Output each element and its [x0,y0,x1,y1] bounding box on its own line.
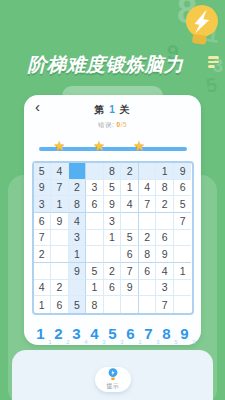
star-icon: ★ [53,139,65,152]
level-card: ‹ 第 1 关 错误: 0/5 ★★★ 54821997235148631869… [24,95,201,345]
sudoku-cell[interactable]: 6 [34,213,52,230]
sudoku-cell[interactable] [104,246,122,263]
sudoku-cell[interactable] [121,296,139,313]
sudoku-cell[interactable] [139,163,157,180]
sudoku-cell[interactable]: 9 [51,213,69,230]
sudoku-cell[interactable] [121,213,139,230]
star-icon: ★ [93,139,105,152]
numpad-remaining-count: 2 [192,339,195,345]
sudoku-cell[interactable]: 4 [121,196,139,213]
sudoku-cell[interactable] [156,213,174,230]
sudoku-cell[interactable]: 3 [34,196,52,213]
sudoku-cell[interactable]: 6 [104,280,122,297]
sudoku-cell[interactable]: 9 [174,163,192,180]
sudoku-cell[interactable] [51,246,69,263]
number-pad: 112234435361738592 [33,325,193,342]
sudoku-cell[interactable] [86,230,104,247]
sudoku-cell[interactable]: 6 [174,180,192,197]
sudoku-cell[interactable]: 7 [174,213,192,230]
sudoku-cell[interactable]: 5 [104,180,122,197]
sudoku-cell[interactable]: 2 [104,263,122,280]
sudoku-cell[interactable]: 7 [121,263,139,280]
sudoku-cell[interactable] [139,296,157,313]
sudoku-cell[interactable]: 9 [69,263,87,280]
error-counter: 错误: 0/5 [24,121,201,130]
sudoku-cell[interactable]: 4 [69,213,87,230]
sudoku-cell[interactable]: 5 [86,263,104,280]
sudoku-cell[interactable]: 8 [86,296,104,313]
sudoku-cell[interactable]: 3 [69,230,87,247]
sudoku-cell[interactable]: 6 [139,263,157,280]
sudoku-cell[interactable]: 1 [174,263,192,280]
numpad-key-4[interactable]: 43 [87,325,103,342]
sudoku-cell[interactable]: 2 [34,246,52,263]
sudoku-cell[interactable] [104,296,122,313]
sudoku-board: 5482199723514863186947256943773152621689… [32,161,194,315]
sudoku-cell[interactable]: 6 [121,246,139,263]
sudoku-cell[interactable]: 1 [121,180,139,197]
level-prefix: 第 [94,104,105,115]
numpad-key-9[interactable]: 92 [177,325,193,342]
level-suffix: 关 [120,104,131,115]
numpad-key-8[interactable]: 85 [159,325,175,342]
sudoku-cell[interactable]: 8 [156,180,174,197]
sudoku-cell[interactable]: 5 [174,196,192,213]
sudoku-cell[interactable]: 9 [156,246,174,263]
hint-bulb-icon [108,368,118,381]
sudoku-cell[interactable] [51,263,69,280]
sudoku-cell[interactable] [139,280,157,297]
sudoku-cell[interactable]: 3 [86,180,104,197]
sudoku-cell[interactable]: 7 [156,296,174,313]
sudoku-cell[interactable] [174,246,192,263]
sudoku-cell[interactable]: 7 [34,230,52,247]
sudoku-cell[interactable]: 6 [51,296,69,313]
sudoku-cell[interactable] [51,230,69,247]
star-progress-bar: ★★★ [39,142,187,154]
sudoku-cell[interactable]: 9 [104,196,122,213]
sudoku-cell[interactable]: 5 [34,163,52,180]
sudoku-cell[interactable] [174,230,192,247]
app-screen: 8 1 9 3 5 阶梯难度锻炼脑力 ‹ 第 1 关 错误: 0/5 [0,0,225,400]
sudoku-cell[interactable]: 4 [156,263,174,280]
sudoku-cell[interactable]: 4 [139,180,157,197]
sudoku-cell[interactable] [86,163,104,180]
sudoku-cell[interactable]: 1 [156,163,174,180]
level-number: 1 [109,104,116,115]
sudoku-cell[interactable]: 4 [51,163,69,180]
sudoku-cell[interactable]: 2 [69,180,87,197]
sudoku-cell[interactable]: 3 [156,280,174,297]
sudoku-cell[interactable]: 4 [34,280,52,297]
numpad-key-3[interactable]: 34 [69,325,85,342]
numpad-key-2[interactable]: 22 [51,325,67,342]
sudoku-cell[interactable] [69,280,87,297]
sudoku-cell[interactable]: 9 [34,180,52,197]
sudoku-cell[interactable]: 7 [139,196,157,213]
sudoku-cell[interactable]: 1 [86,280,104,297]
sudoku-cell[interactable]: 1 [34,296,52,313]
hint-label: 提示 [107,382,119,391]
sudoku-cell[interactable]: 5 [69,296,87,313]
error-label: 错误: [98,121,114,128]
sudoku-cell[interactable]: 5 [121,230,139,247]
back-button[interactable]: ‹ [35,99,40,114]
sudoku-cell[interactable]: 8 [69,196,87,213]
sudoku-cell[interactable] [174,296,192,313]
sudoku-cell[interactable]: 1 [51,196,69,213]
sudoku-cell[interactable]: 2 [156,196,174,213]
sudoku-cell[interactable]: 1 [104,230,122,247]
sudoku-cell[interactable]: 8 [104,163,122,180]
sudoku-cell[interactable] [69,163,87,180]
sudoku-cell[interactable] [86,246,104,263]
sudoku-cell[interactable]: 6 [86,196,104,213]
sudoku-cell[interactable]: 2 [51,280,69,297]
sudoku-cell[interactable] [139,213,157,230]
numpad-key-1[interactable]: 11 [33,325,49,342]
hint-button[interactable]: 提示 [95,367,131,392]
bottom-sheet: 提示 [12,350,213,400]
sudoku-cell[interactable] [174,280,192,297]
sudoku-cell[interactable] [86,213,104,230]
sudoku-cell[interactable]: 2 [139,230,157,247]
error-max: /5 [121,121,127,128]
numpad-key-7[interactable]: 73 [141,325,157,342]
star-icon: ★ [133,139,145,152]
sudoku-cell[interactable]: 6 [156,230,174,247]
numpad-key-5[interactable]: 53 [105,325,121,342]
sudoku-cell[interactable]: 3 [104,213,122,230]
sudoku-cell[interactable] [34,263,52,280]
sudoku-cell[interactable]: 8 [139,246,157,263]
banner-title: 阶梯难度锻炼脑力 [0,52,211,78]
sudoku-cell[interactable]: 1 [69,246,87,263]
level-title: 第 1 关 [24,103,201,117]
sudoku-cell[interactable]: 9 [121,280,139,297]
sudoku-cell[interactable]: 2 [121,163,139,180]
numpad-key-6[interactable]: 61 [123,325,139,342]
lightbulb-bolt-icon [176,0,225,58]
sudoku-cell[interactable]: 7 [51,180,69,197]
